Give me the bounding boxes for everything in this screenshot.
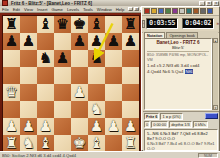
square-e1[interactable]: ♚ [71, 135, 88, 152]
menu-edit[interactable]: Edit [13, 7, 20, 12]
black-knight-f6[interactable]: ♞ [90, 50, 103, 67]
square-g4[interactable] [105, 84, 122, 101]
square-d3[interactable] [54, 101, 71, 118]
white-rook-a1[interactable]: ♜ [5, 135, 18, 152]
engine-panel: Fritz 6 1 = p (0%) 0 0:00:00 depth= 1/3 … [143, 111, 219, 152]
square-d4[interactable] [54, 84, 71, 101]
square-f4[interactable] [88, 84, 105, 101]
current-move: Nf6 [185, 69, 194, 74]
white-pawn-f2[interactable]: ♟ [90, 118, 103, 135]
square-d1[interactable] [54, 135, 71, 152]
square-h8[interactable]: ♜ [122, 16, 139, 33]
engine-variations[interactable]: 5...Nf6 6.Nc3 Bd7 7.Qb3 e6 8.Be2 Be7 9.O… [144, 129, 218, 151]
notation-body: Banet,Leo - FRITZ 6 Blitz:5' B50: 358MB … [144, 38, 212, 110]
square-b6[interactable] [20, 50, 37, 67]
flip-board-icon[interactable] [165, 8, 171, 14]
square-d2[interactable] [54, 118, 71, 135]
black-pawn-d6[interactable]: ♟ [56, 50, 69, 67]
black-pawn-h7[interactable]: ♟ [124, 33, 137, 50]
game-annotation: B50: 358MB P4/86 mp, MONOPOL-VM [147, 53, 209, 62]
square-e7[interactable]: ♟ [71, 33, 88, 50]
square-a8[interactable]: ♜ [3, 16, 20, 33]
square-h4[interactable] [122, 84, 139, 101]
engine-speed: 0 kN/s [193, 121, 208, 128]
menu-tools[interactable]: Tools [83, 7, 93, 12]
chess-board: ♜♝♛♚♝♜♟♟♟♟♟♟♞♟♞♛♟♞♟♟♟♟♟♟♜♞♝♚♝♜ [2, 15, 140, 153]
menu-help[interactable]: Help [116, 7, 125, 12]
square-e8[interactable]: ♚ [71, 16, 88, 33]
app-window: Fritz 6 - Blitz:5' - [Banet,Leo - FRITZ … [0, 0, 220, 158]
black-pawn-b7[interactable]: ♟ [22, 33, 35, 50]
menu-window[interactable]: Window [97, 7, 112, 12]
square-a7[interactable]: ♟ [3, 33, 20, 50]
clock-next-marker: » [216, 21, 219, 26]
square-c7[interactable] [37, 33, 54, 50]
black-pawn-e7[interactable]: ♟ [73, 33, 86, 50]
square-a2[interactable]: ♟ [3, 118, 20, 135]
square-c8[interactable]: ♝ [37, 16, 54, 33]
black-pawn-a7[interactable]: ♟ [5, 33, 18, 50]
mdi-restore-button[interactable]: o [134, 7, 139, 11]
engine-depth: depth= 1/3 [169, 121, 192, 128]
square-f3[interactable]: ♞ [88, 101, 105, 118]
clock-icon[interactable] [200, 8, 206, 14]
square-c4[interactable] [37, 84, 54, 101]
square-b7[interactable]: ♟ [20, 33, 37, 50]
square-b1[interactable]: ♞ [20, 135, 37, 152]
black-bishop-c8[interactable]: ♝ [39, 16, 52, 33]
white-bishop-c1[interactable]: ♝ [39, 135, 52, 152]
hint-icon[interactable] [179, 8, 185, 14]
black-knight-c6[interactable]: ♞ [39, 50, 52, 67]
square-d6[interactable]: ♟ [54, 50, 71, 67]
close-button[interactable]: x [213, 1, 219, 6]
engine-name: Fritz 6 [144, 113, 159, 120]
engine-time: 0:00:00 [151, 121, 168, 128]
book-icon[interactable] [193, 8, 199, 14]
notation-scrollbar[interactable]: ▲ ▼ [212, 38, 218, 110]
black-clock: 0:04:02 [182, 18, 214, 29]
square-f2[interactable]: ♟ [88, 118, 105, 135]
white-queen-a4[interactable]: ♛ [5, 84, 18, 101]
square-h7[interactable]: ♟ [122, 33, 139, 50]
menu-levels[interactable]: Levels [67, 7, 79, 12]
menu-game[interactable]: Game [51, 7, 62, 12]
notation-panel: Notation Openings book Banet,Leo - FRITZ… [143, 31, 218, 111]
square-b4[interactable] [20, 84, 37, 101]
white-pawn-h2[interactable]: ♟ [124, 118, 137, 135]
square-c1[interactable]: ♝ [37, 135, 54, 152]
square-g6[interactable] [105, 50, 122, 67]
square-b5[interactable] [20, 67, 37, 84]
menu-bar: File Edit View Insert Game Levels Tools … [0, 6, 141, 13]
open-icon[interactable] [151, 8, 157, 14]
square-b8[interactable] [20, 16, 37, 33]
square-g7[interactable]: ♟ [105, 33, 122, 50]
black-rook-h8[interactable]: ♜ [124, 16, 137, 33]
square-a4[interactable]: ♛ [3, 84, 20, 101]
white-pawn-c2[interactable]: ♟ [39, 118, 52, 135]
menu-view[interactable]: View [24, 7, 33, 12]
square-c2[interactable]: ♟ [37, 118, 54, 135]
right-panel: ‹ 0:03:55 0:04:02 » Notation Openings bo… [141, 6, 220, 151]
square-h5[interactable] [122, 67, 139, 84]
square-e2[interactable] [71, 118, 88, 135]
white-king-e1[interactable]: ♚ [73, 135, 86, 152]
square-a5[interactable] [3, 67, 20, 84]
square-h6[interactable] [122, 50, 139, 67]
save-icon[interactable] [158, 8, 164, 14]
square-a3[interactable] [3, 101, 20, 118]
square-f6[interactable]: ♞ [88, 50, 105, 67]
white-pawn-b2[interactable]: ♟ [22, 118, 35, 135]
square-g3[interactable] [105, 101, 122, 118]
square-c6[interactable]: ♞ [37, 50, 54, 67]
white-rook-h1[interactable]: ♜ [124, 135, 137, 152]
help-icon[interactable] [207, 8, 213, 14]
square-e5[interactable] [71, 67, 88, 84]
square-g2[interactable]: ♟ [105, 118, 122, 135]
opening-name: B50: Sicilian 2.Nf3 d6 3.d4 cxd4 4.Qxd4 [2, 153, 198, 158]
scroll-up-icon[interactable]: ▲ [213, 38, 218, 43]
square-g1[interactable] [105, 135, 122, 152]
square-d8[interactable]: ♛ [54, 16, 71, 33]
square-a6[interactable] [3, 50, 20, 67]
move-list[interactable]: 1.e4 c5 2.Nf3 d6 3.d4 cxd4 4.Qxd4 Nc6 5.… [147, 63, 209, 74]
white-knight-b1[interactable]: ♞ [22, 135, 35, 152]
engine-icon[interactable] [186, 8, 192, 14]
square-e6[interactable] [71, 50, 88, 67]
white-pawn-e4[interactable]: ♟ [73, 84, 86, 101]
black-pawn-f7[interactable]: ♟ [90, 33, 103, 50]
engine-line-2: 6.Nc3 Bd7 7.Bc4 e6 8.O-O Be7 9.Re1 O-O [147, 141, 215, 151]
square-f7[interactable]: ♟ [88, 33, 105, 50]
black-pawn-g7[interactable]: ♟ [107, 33, 120, 50]
right-toolbar [142, 7, 219, 16]
menu-insert[interactable]: Insert [37, 7, 47, 12]
clock-left-button[interactable]: ‹ [142, 20, 145, 28]
black-rook-a8[interactable]: ♜ [5, 16, 18, 33]
square-a1[interactable]: ♜ [3, 135, 20, 152]
engine-mode-button[interactable] [205, 113, 218, 119]
white-clock: 0:03:55 [146, 18, 178, 29]
new-game-icon[interactable] [144, 8, 150, 14]
square-h2[interactable]: ♟ [122, 118, 139, 135]
square-g5[interactable] [105, 67, 122, 84]
square-e3[interactable] [71, 101, 88, 118]
square-f5[interactable] [88, 67, 105, 84]
square-e4[interactable]: ♟ [71, 84, 88, 101]
move-now-icon[interactable] [172, 8, 178, 14]
square-c3[interactable] [37, 101, 54, 118]
mdi-minimize-button[interactable]: _ [128, 7, 133, 11]
window-title: Fritz 6 - Blitz:5' - [Banet,Leo - FRITZ … [11, 1, 92, 6]
engine-score: 0 [144, 121, 150, 128]
white-pawn-a2[interactable]: ♟ [5, 118, 18, 135]
square-h3[interactable] [122, 101, 139, 118]
black-queen-d8[interactable]: ♛ [56, 16, 69, 33]
status-bar: B50: Sicilian 2.Nf3 d6 3.d4 cxd4 4.Qxd4 … [0, 151, 220, 158]
white-pawn-g2[interactable]: ♟ [107, 118, 120, 135]
square-g8[interactable] [105, 16, 122, 33]
square-c5[interactable] [37, 67, 54, 84]
black-king-e8[interactable]: ♚ [73, 16, 86, 33]
square-b3[interactable] [20, 101, 37, 118]
board-area: ♜♝♛♚♝♜♟♟♟♟♟♟♞♟♞♛♟♞♟♟♟♟♟♟♜♞♝♚♝♜ [0, 13, 141, 151]
minimize-button[interactable]: _ [199, 1, 205, 6]
white-knight-f3[interactable]: ♞ [90, 101, 103, 118]
status-num-indicator: NUM [198, 153, 218, 158]
white-bishop-f1[interactable]: ♝ [90, 135, 103, 152]
square-h1[interactable]: ♜ [122, 135, 139, 152]
square-f8[interactable]: ♝ [88, 16, 105, 33]
menu-file[interactable]: File [2, 7, 9, 12]
game-event: Blitz:5' [147, 45, 209, 52]
square-b2[interactable]: ♟ [20, 118, 37, 135]
maximize-button[interactable]: o [206, 1, 212, 6]
square-d5[interactable] [54, 67, 71, 84]
scroll-down-icon[interactable]: ▼ [213, 105, 218, 110]
black-bishop-f8[interactable]: ♝ [90, 16, 103, 33]
square-f1[interactable]: ♝ [88, 135, 105, 152]
engine-info: 1 = p (0%) [160, 113, 182, 120]
engine-line-1: 5...Nf6 6.Nc3 Bd7 7.Qb3 e6 8.Be2 Be7 9.O… [147, 131, 215, 141]
square-d7[interactable] [54, 33, 71, 50]
notation-tabs: Notation Openings book [143, 31, 218, 38]
